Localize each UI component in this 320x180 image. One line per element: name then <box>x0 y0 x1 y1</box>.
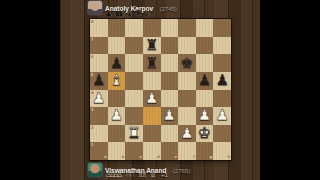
square-b6[interactable]: ♟ <box>108 54 126 72</box>
piece-black-rook[interactable]: ♜ <box>143 54 161 72</box>
square-e1[interactable]: e <box>161 142 179 160</box>
file-label-h: h <box>227 155 230 159</box>
rank-label-2: 2 <box>91 126 93 130</box>
square-g6[interactable] <box>196 54 214 72</box>
captured-group-pawn: ♙♙♙♙ <box>105 171 123 179</box>
square-a4[interactable]: 4♟ <box>90 90 108 108</box>
captured-pawn-icon: ♙ <box>116 171 123 179</box>
square-c5[interactable] <box>125 72 143 90</box>
square-c6[interactable] <box>125 54 143 72</box>
square-e2[interactable] <box>161 125 179 143</box>
captured-bishop-icon: ♗ <box>141 171 148 179</box>
square-h3[interactable]: ♟ <box>213 107 231 125</box>
square-d7[interactable]: ♜ <box>143 37 161 55</box>
square-a3[interactable]: 3 <box>90 107 108 125</box>
letterbox-right <box>260 0 320 180</box>
square-c1[interactable]: c <box>125 142 143 160</box>
square-a2[interactable]: 2 <box>90 125 108 143</box>
square-g8[interactable] <box>196 19 214 37</box>
square-e5[interactable] <box>161 72 179 90</box>
bottom-player-rating: (2765) <box>173 168 190 174</box>
piece-white-king[interactable]: ♚ <box>196 125 214 143</box>
square-f2[interactable]: ♟ <box>178 125 196 143</box>
piece-black-rook[interactable]: ♜ <box>143 37 161 55</box>
piece-white-pawn[interactable]: ♟ <box>178 125 196 143</box>
top-player-rating: (2745) <box>160 6 177 12</box>
square-h1[interactable]: h <box>213 142 231 160</box>
square-c3[interactable] <box>125 107 143 125</box>
material-advantage: +1 <box>161 171 168 179</box>
game-stage: Anatoly Karpov (2745) ♟♞♞♝♜♛ 87♜6♟♜♚5♟♝♟… <box>60 0 260 180</box>
piece-black-pawn[interactable]: ♟ <box>196 72 214 90</box>
square-d1[interactable]: d <box>143 142 161 160</box>
square-f6[interactable]: ♚ <box>178 54 196 72</box>
avatar-karpov <box>88 1 102 15</box>
captured-queen-icon: ♕ <box>149 171 156 179</box>
square-h6[interactable] <box>213 54 231 72</box>
rank-label-8: 8 <box>91 20 93 24</box>
square-a5[interactable]: 5♟ <box>90 72 108 90</box>
captured-knight-icon: ♞ <box>117 10 124 18</box>
square-c8[interactable] <box>125 19 143 37</box>
square-f8[interactable] <box>178 19 196 37</box>
square-h5[interactable]: ♟ <box>213 72 231 90</box>
square-g7[interactable] <box>196 37 214 55</box>
square-b1[interactable]: b <box>108 142 126 160</box>
square-e4[interactable] <box>161 90 179 108</box>
rank-label-3: 3 <box>91 108 93 112</box>
piece-white-pawn[interactable]: ♟ <box>196 107 214 125</box>
captured-group-queen: ♕ <box>149 171 156 179</box>
piece-black-pawn[interactable]: ♟ <box>213 72 231 90</box>
piece-white-pawn[interactable]: ♟ <box>143 90 161 108</box>
piece-black-pawn[interactable]: ♟ <box>90 72 108 90</box>
square-d8[interactable] <box>143 19 161 37</box>
file-label-f: f <box>193 155 194 159</box>
square-a7[interactable]: 7 <box>90 37 108 55</box>
square-e7[interactable] <box>161 37 179 55</box>
square-a1[interactable]: 1a <box>90 142 108 160</box>
piece-white-pawn[interactable]: ♟ <box>213 107 231 125</box>
square-g3[interactable]: ♟ <box>196 107 214 125</box>
file-label-a: a <box>104 155 106 159</box>
chess-board: 87♜6♟♜♚5♟♝♟♟4♟♟3♟♟♟♟2♜♟♚1abcdefgh <box>90 19 231 160</box>
captured-pawn-icon: ♟ <box>105 10 112 18</box>
square-g1[interactable]: g <box>196 142 214 160</box>
square-c2[interactable]: ♜ <box>125 125 143 143</box>
square-a8[interactable]: 8 <box>90 19 108 37</box>
captured-bishop-icon: ♝ <box>126 10 133 18</box>
square-f3[interactable] <box>178 107 196 125</box>
file-label-d: d <box>157 155 160 159</box>
square-d3[interactable] <box>143 107 161 125</box>
captured-group-pawn: ♟ <box>105 10 112 18</box>
rank-label-7: 7 <box>91 38 93 42</box>
square-f5[interactable] <box>178 72 196 90</box>
square-b7[interactable] <box>108 37 126 55</box>
avatar-anand <box>88 163 102 177</box>
square-d6[interactable]: ♜ <box>143 54 161 72</box>
captured-group-knight: ♘♘ <box>125 171 136 179</box>
square-b4[interactable] <box>108 90 126 108</box>
square-d2[interactable] <box>143 125 161 143</box>
square-b5[interactable]: ♝ <box>108 72 126 90</box>
square-b3[interactable]: ♟ <box>108 107 126 125</box>
captured-group-bishop: ♝ <box>126 10 133 18</box>
square-f1[interactable]: f <box>178 142 196 160</box>
square-e8[interactable] <box>161 19 179 37</box>
square-e6[interactable] <box>161 54 179 72</box>
file-label-g: g <box>210 155 213 159</box>
square-h8[interactable] <box>213 19 231 37</box>
square-g2[interactable]: ♚ <box>196 125 214 143</box>
captured-group-bishop: ♗♗ <box>137 171 148 179</box>
square-c7[interactable] <box>125 37 143 55</box>
square-a6[interactable]: 6 <box>90 54 108 72</box>
piece-white-bishop[interactable]: ♝ <box>108 72 126 90</box>
square-d4[interactable]: ♟ <box>143 90 161 108</box>
square-h2[interactable] <box>213 125 231 143</box>
file-label-b: b <box>122 155 125 159</box>
piece-white-pawn[interactable]: ♟ <box>90 90 108 108</box>
captured-group-rook: ♜ <box>135 10 142 18</box>
captured-queen-icon: ♛ <box>143 10 150 18</box>
captured-knight-icon: ♘ <box>128 171 135 179</box>
piece-white-pawn[interactable]: ♟ <box>161 107 179 125</box>
square-b2[interactable] <box>108 125 126 143</box>
piece-black-pawn[interactable]: ♟ <box>108 54 126 72</box>
piece-white-pawn[interactable]: ♟ <box>108 107 126 125</box>
rank-label-1: 1 <box>91 143 93 147</box>
square-g4[interactable] <box>196 90 214 108</box>
square-f7[interactable] <box>178 37 196 55</box>
rank-label-6: 6 <box>91 55 93 59</box>
captured-rook-icon: ♜ <box>135 10 142 18</box>
square-h7[interactable] <box>213 37 231 55</box>
video-frame: Anatoly Karpov (2745) ♟♞♞♝♜♛ 87♜6♟♜♚5♟♝♟… <box>0 0 320 180</box>
square-d5[interactable] <box>143 72 161 90</box>
captured-group-queen: ♛ <box>143 10 150 18</box>
captured-group-knight: ♞♞ <box>114 10 125 18</box>
file-label-c: c <box>139 155 141 159</box>
square-h4[interactable] <box>213 90 231 108</box>
square-c4[interactable] <box>125 90 143 108</box>
bottom-captured-pieces: ♙♙♙♙♘♘♗♗♕+1 <box>105 171 168 179</box>
square-b8[interactable] <box>108 19 126 37</box>
file-label-e: e <box>175 155 177 159</box>
piece-white-rook[interactable]: ♜ <box>125 125 143 143</box>
piece-black-king[interactable]: ♚ <box>178 54 196 72</box>
square-f4[interactable] <box>178 90 196 108</box>
square-g5[interactable]: ♟ <box>196 72 214 90</box>
square-e3[interactable]: ♟ <box>161 107 179 125</box>
top-captured-pieces: ♟♞♞♝♜♛ <box>105 10 152 18</box>
letterbox-left <box>0 0 60 180</box>
